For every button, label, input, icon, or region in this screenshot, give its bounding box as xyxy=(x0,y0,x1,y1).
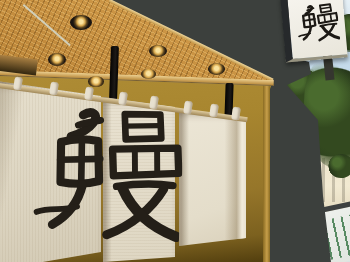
noren-kanji-unagi-icon xyxy=(30,102,186,258)
ceiling-light xyxy=(208,63,225,75)
ceiling-light xyxy=(70,15,92,30)
storefront-photo: Entrance of a Japanese unagi (eel) resta… xyxy=(0,0,350,262)
tree-foliage xyxy=(328,154,350,178)
wall-corner-trim xyxy=(263,78,270,262)
sign-kanji-unagi-icon xyxy=(295,0,341,51)
ceiling-light xyxy=(48,53,66,66)
ceiling-light xyxy=(149,45,167,57)
ceiling-light xyxy=(88,76,104,87)
ceiling-light xyxy=(141,69,156,79)
signboard: 鰻 xyxy=(280,0,348,63)
noren-panel-right xyxy=(179,110,246,247)
